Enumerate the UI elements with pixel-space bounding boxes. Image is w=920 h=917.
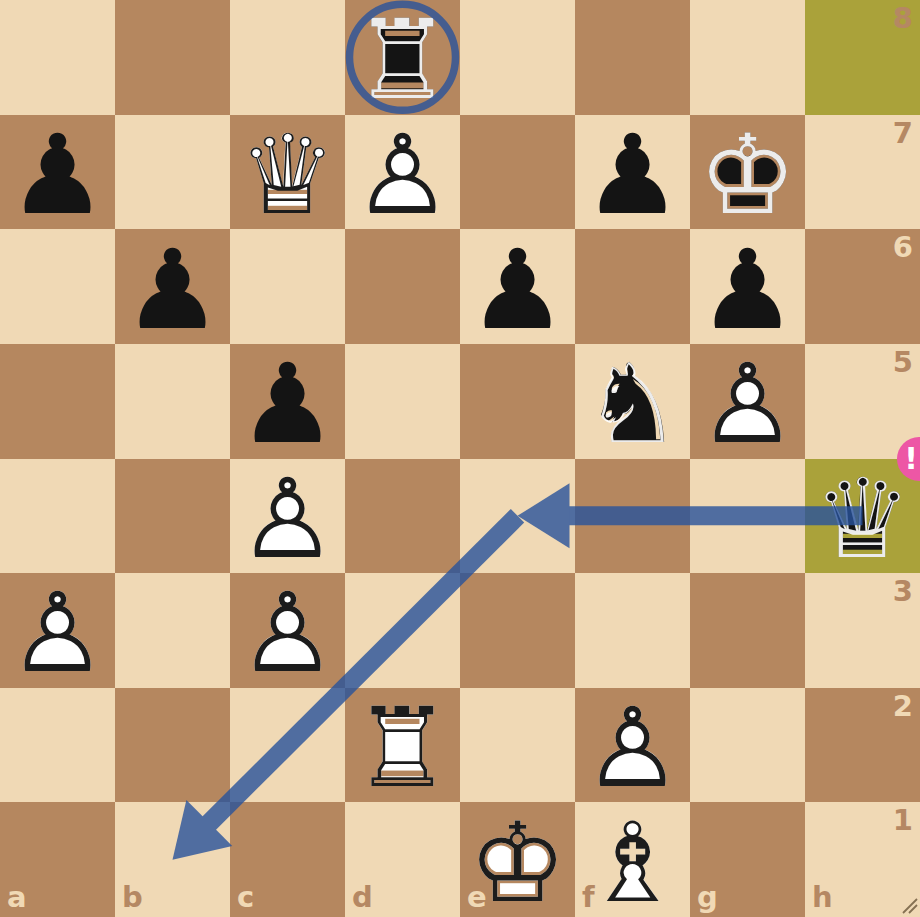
square-g2[interactable] xyxy=(690,688,805,803)
square-h3[interactable]: 3 xyxy=(805,573,920,688)
square-b6[interactable]: ♟ xyxy=(115,229,230,344)
board-grid: ♜♖8♟♛♕♟♙♟♚♔7♟♟♟6♟♞♘♟♙5♟♙♛♕♟♙♟♙3♜♖♟♙2abcd… xyxy=(0,0,920,917)
white-pawn-glyph: ♙ xyxy=(690,347,805,462)
square-e6[interactable]: ♟ xyxy=(460,229,575,344)
square-b7[interactable] xyxy=(115,115,230,230)
file-label-b: b xyxy=(122,883,143,912)
square-b5[interactable] xyxy=(115,344,230,459)
piece-white-pawn[interactable]: ♟♙ xyxy=(575,688,690,803)
square-h7[interactable]: 7 xyxy=(805,115,920,230)
piece-white-pawn[interactable]: ♟♙ xyxy=(345,115,460,230)
piece-black-pawn[interactable]: ♟ xyxy=(690,229,805,344)
file-label-d: d xyxy=(352,883,373,912)
piece-black-pawn[interactable]: ♟ xyxy=(460,229,575,344)
square-e2[interactable] xyxy=(460,688,575,803)
black-pawn-glyph: ♟ xyxy=(230,347,345,462)
rank-label-6: 6 xyxy=(893,233,913,262)
piece-black-pawn[interactable]: ♟ xyxy=(115,229,230,344)
square-d2[interactable]: ♜♖ xyxy=(345,688,460,803)
piece-white-bishop[interactable]: ♝♗ xyxy=(575,802,690,917)
piece-white-pawn[interactable]: ♟♙ xyxy=(230,459,345,574)
square-f7[interactable]: ♟ xyxy=(575,115,690,230)
piece-white-queen[interactable]: ♛♕ xyxy=(230,115,345,230)
square-h8[interactable]: 8 xyxy=(805,0,920,115)
chess-board: ♜♖8♟♛♕♟♙♟♚♔7♟♟♟6♟♞♘♟♙5♟♙♛♕♟♙♟♙3♜♖♟♙2abcd… xyxy=(0,0,920,917)
file-label-a: a xyxy=(7,883,27,912)
square-f3[interactable] xyxy=(575,573,690,688)
white-queen-glyph: ♕ xyxy=(230,118,345,233)
white-king-glyph: ♔ xyxy=(460,805,575,917)
square-c5[interactable]: ♟ xyxy=(230,344,345,459)
file-label-c: c xyxy=(237,883,254,912)
square-b4[interactable] xyxy=(115,459,230,574)
square-d7[interactable]: ♟♙ xyxy=(345,115,460,230)
black-rook-glyph: ♖ xyxy=(345,3,460,118)
square-c7[interactable]: ♛♕ xyxy=(230,115,345,230)
file-label-h: h xyxy=(812,883,833,912)
square-a8[interactable] xyxy=(0,0,115,115)
square-e8[interactable] xyxy=(460,0,575,115)
square-a7[interactable]: ♟ xyxy=(0,115,115,230)
square-g1[interactable]: g xyxy=(690,802,805,917)
rank-label-2: 2 xyxy=(893,692,913,721)
square-h2[interactable]: 2 xyxy=(805,688,920,803)
piece-white-pawn[interactable]: ♟♙ xyxy=(0,573,115,688)
white-rook-glyph: ♖ xyxy=(345,691,460,806)
square-b1[interactable]: b xyxy=(115,802,230,917)
square-h4[interactable]: ♛♕ xyxy=(805,459,920,574)
file-label-g: g xyxy=(697,883,718,912)
square-f4[interactable] xyxy=(575,459,690,574)
black-knight-glyph: ♘ xyxy=(575,347,690,462)
square-h5[interactable]: 5 xyxy=(805,344,920,459)
square-b8[interactable] xyxy=(115,0,230,115)
square-d4[interactable] xyxy=(345,459,460,574)
square-d1[interactable]: d xyxy=(345,802,460,917)
white-pawn-glyph: ♙ xyxy=(230,576,345,691)
square-g7[interactable]: ♚♔ xyxy=(690,115,805,230)
black-queen-glyph: ♕ xyxy=(805,462,920,577)
piece-black-knight[interactable]: ♞♘ xyxy=(575,344,690,459)
square-e1[interactable]: e♚♔ xyxy=(460,802,575,917)
square-d3[interactable] xyxy=(345,573,460,688)
square-d6[interactable] xyxy=(345,229,460,344)
piece-black-queen[interactable]: ♛♕ xyxy=(805,459,920,574)
square-c6[interactable] xyxy=(230,229,345,344)
black-pawn-glyph: ♟ xyxy=(690,232,805,347)
square-d5[interactable] xyxy=(345,344,460,459)
square-f6[interactable] xyxy=(575,229,690,344)
square-a3[interactable]: ♟♙ xyxy=(0,573,115,688)
black-pawn-glyph: ♟ xyxy=(0,118,115,233)
piece-black-rook[interactable]: ♜♖ xyxy=(345,0,460,115)
resize-handle-lines xyxy=(903,899,917,913)
piece-black-king[interactable]: ♚♔ xyxy=(690,115,805,230)
square-a2[interactable] xyxy=(0,688,115,803)
piece-black-pawn[interactable]: ♟ xyxy=(230,344,345,459)
square-e5[interactable] xyxy=(460,344,575,459)
square-d8[interactable]: ♜♖ xyxy=(345,0,460,115)
rank-label-5: 5 xyxy=(893,348,913,377)
resize-handle[interactable] xyxy=(899,895,919,915)
rank-label-1: 1 xyxy=(893,806,913,835)
black-pawn-glyph: ♟ xyxy=(575,118,690,233)
square-c3[interactable]: ♟♙ xyxy=(230,573,345,688)
piece-black-pawn[interactable]: ♟ xyxy=(0,115,115,230)
square-g4[interactable] xyxy=(690,459,805,574)
white-pawn-glyph: ♙ xyxy=(230,462,345,577)
white-pawn-glyph: ♙ xyxy=(345,118,460,233)
square-a1[interactable]: a xyxy=(0,802,115,917)
black-pawn-glyph: ♟ xyxy=(115,232,230,347)
black-pawn-glyph: ♟ xyxy=(460,232,575,347)
square-c4[interactable]: ♟♙ xyxy=(230,459,345,574)
piece-white-rook[interactable]: ♜♖ xyxy=(345,688,460,803)
piece-white-king[interactable]: ♚♔ xyxy=(460,802,575,917)
square-b2[interactable] xyxy=(115,688,230,803)
square-f5[interactable]: ♞♘ xyxy=(575,344,690,459)
square-b3[interactable] xyxy=(115,573,230,688)
square-h6[interactable]: 6 xyxy=(805,229,920,344)
square-f1[interactable]: f♝♗ xyxy=(575,802,690,917)
square-e4[interactable] xyxy=(460,459,575,574)
square-a6[interactable] xyxy=(0,229,115,344)
square-c1[interactable]: c xyxy=(230,802,345,917)
square-g5[interactable]: ♟♙ xyxy=(690,344,805,459)
rank-label-7: 7 xyxy=(893,119,913,148)
white-bishop-glyph: ♗ xyxy=(575,805,690,917)
square-e7[interactable] xyxy=(460,115,575,230)
square-c8[interactable] xyxy=(230,0,345,115)
black-king-glyph: ♔ xyxy=(690,118,805,233)
rank-label-8: 8 xyxy=(893,4,913,33)
square-a4[interactable] xyxy=(0,459,115,574)
white-pawn-glyph: ♙ xyxy=(0,576,115,691)
square-a5[interactable] xyxy=(0,344,115,459)
piece-white-pawn[interactable]: ♟♙ xyxy=(230,573,345,688)
white-pawn-glyph: ♙ xyxy=(575,691,690,806)
square-f8[interactable] xyxy=(575,0,690,115)
piece-white-pawn[interactable]: ♟♙ xyxy=(690,344,805,459)
square-g6[interactable]: ♟ xyxy=(690,229,805,344)
square-e3[interactable] xyxy=(460,573,575,688)
piece-black-pawn[interactable]: ♟ xyxy=(575,115,690,230)
square-f2[interactable]: ♟♙ xyxy=(575,688,690,803)
square-c2[interactable] xyxy=(230,688,345,803)
square-g3[interactable] xyxy=(690,573,805,688)
square-g8[interactable] xyxy=(690,0,805,115)
